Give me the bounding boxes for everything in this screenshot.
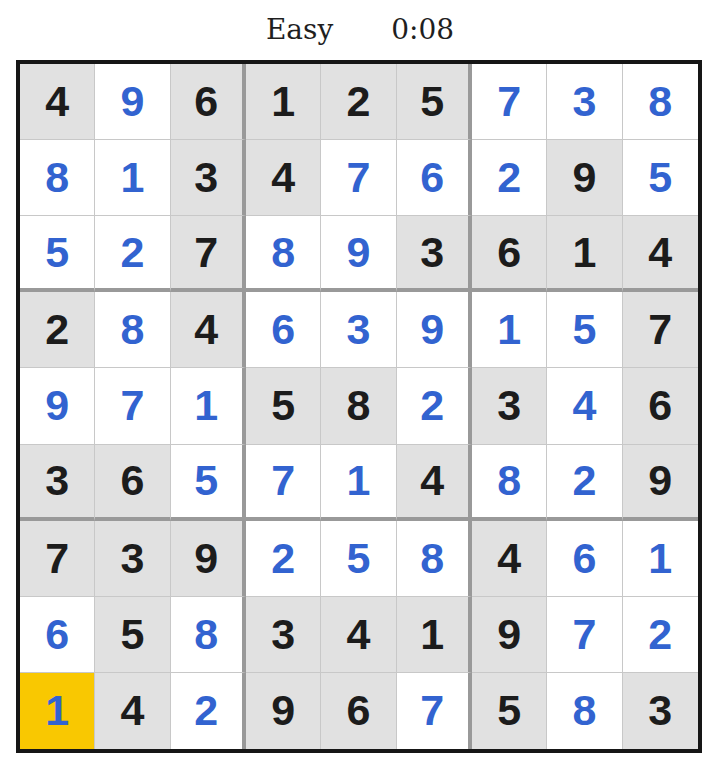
cell-r8c2[interactable]: 5 — [95, 597, 170, 673]
cell-r7c2[interactable]: 3 — [95, 521, 170, 597]
cell-r3c1[interactable]: 5 — [20, 216, 95, 292]
difficulty-label: Easy — [266, 13, 333, 46]
cell-r8c6[interactable]: 1 — [397, 597, 472, 673]
cell-r3c2[interactable]: 2 — [95, 216, 170, 292]
cell-r5c9[interactable]: 6 — [623, 368, 698, 444]
cell-r2c4[interactable]: 4 — [246, 140, 321, 216]
cell-r9c3[interactable]: 2 — [171, 673, 246, 749]
cell-r3c7[interactable]: 6 — [472, 216, 547, 292]
cell-r9c6[interactable]: 7 — [397, 673, 472, 749]
cell-r6c3[interactable]: 5 — [171, 445, 246, 521]
cell-r5c4[interactable]: 5 — [246, 368, 321, 444]
cell-r1c5[interactable]: 2 — [321, 64, 396, 140]
cell-r7c1[interactable]: 7 — [20, 521, 95, 597]
cell-r3c4[interactable]: 8 — [246, 216, 321, 292]
cell-r9c8[interactable]: 8 — [547, 673, 622, 749]
cell-r8c4[interactable]: 3 — [246, 597, 321, 673]
cell-r8c5[interactable]: 4 — [321, 597, 396, 673]
cell-r2c7[interactable]: 2 — [472, 140, 547, 216]
cell-r7c5[interactable]: 5 — [321, 521, 396, 597]
cell-r8c7[interactable]: 9 — [472, 597, 547, 673]
cell-r5c7[interactable]: 3 — [472, 368, 547, 444]
cell-r4c3[interactable]: 4 — [171, 292, 246, 368]
cell-r7c4[interactable]: 2 — [246, 521, 321, 597]
cell-r3c3[interactable]: 7 — [171, 216, 246, 292]
cell-r9c5[interactable]: 6 — [321, 673, 396, 749]
cell-r1c9[interactable]: 8 — [623, 64, 698, 140]
cell-r9c7[interactable]: 5 — [472, 673, 547, 749]
cell-r5c8[interactable]: 4 — [547, 368, 622, 444]
timer: 0:08 — [391, 13, 454, 46]
cell-r6c4[interactable]: 7 — [246, 445, 321, 521]
cell-r3c9[interactable]: 4 — [623, 216, 698, 292]
cell-r4c5[interactable]: 3 — [321, 292, 396, 368]
cell-r6c2[interactable]: 6 — [95, 445, 170, 521]
cell-r2c3[interactable]: 3 — [171, 140, 246, 216]
cell-r1c7[interactable]: 7 — [472, 64, 547, 140]
cell-r8c1[interactable]: 6 — [20, 597, 95, 673]
cell-r9c1[interactable]: 1 — [20, 673, 95, 749]
cell-r8c8[interactable]: 7 — [547, 597, 622, 673]
cell-r4c1[interactable]: 2 — [20, 292, 95, 368]
cell-r6c7[interactable]: 8 — [472, 445, 547, 521]
cell-r6c8[interactable]: 2 — [547, 445, 622, 521]
cell-r4c8[interactable]: 5 — [547, 292, 622, 368]
cell-r5c3[interactable]: 1 — [171, 368, 246, 444]
cell-r1c1[interactable]: 4 — [20, 64, 95, 140]
cell-r4c9[interactable]: 7 — [623, 292, 698, 368]
cell-r5c1[interactable]: 9 — [20, 368, 95, 444]
cell-r2c6[interactable]: 6 — [397, 140, 472, 216]
cell-r1c8[interactable]: 3 — [547, 64, 622, 140]
status-bar: Easy 0:08 — [0, 0, 720, 59]
sudoku-board: 4961257388134762955278936142846391579715… — [16, 60, 702, 753]
cell-r7c8[interactable]: 6 — [547, 521, 622, 597]
cell-r8c3[interactable]: 8 — [171, 597, 246, 673]
cell-r4c2[interactable]: 8 — [95, 292, 170, 368]
cell-r2c8[interactable]: 9 — [547, 140, 622, 216]
cell-r5c2[interactable]: 7 — [95, 368, 170, 444]
cell-r2c1[interactable]: 8 — [20, 140, 95, 216]
cell-r4c7[interactable]: 1 — [472, 292, 547, 368]
cell-r6c5[interactable]: 1 — [321, 445, 396, 521]
cell-r2c9[interactable]: 5 — [623, 140, 698, 216]
cell-r7c6[interactable]: 8 — [397, 521, 472, 597]
cell-r9c9[interactable]: 3 — [623, 673, 698, 749]
cell-r2c5[interactable]: 7 — [321, 140, 396, 216]
cell-r3c6[interactable]: 3 — [397, 216, 472, 292]
cell-r1c2[interactable]: 9 — [95, 64, 170, 140]
cell-r5c5[interactable]: 8 — [321, 368, 396, 444]
cell-r1c4[interactable]: 1 — [246, 64, 321, 140]
cell-r7c7[interactable]: 4 — [472, 521, 547, 597]
cell-r9c4[interactable]: 9 — [246, 673, 321, 749]
cell-r1c6[interactable]: 5 — [397, 64, 472, 140]
cell-r4c4[interactable]: 6 — [246, 292, 321, 368]
cell-r8c9[interactable]: 2 — [623, 597, 698, 673]
cell-r3c5[interactable]: 9 — [321, 216, 396, 292]
cell-r3c8[interactable]: 1 — [547, 216, 622, 292]
cell-r6c1[interactable]: 3 — [20, 445, 95, 521]
cell-r1c3[interactable]: 6 — [171, 64, 246, 140]
cell-r7c9[interactable]: 1 — [623, 521, 698, 597]
cell-r4c6[interactable]: 9 — [397, 292, 472, 368]
cell-r5c6[interactable]: 2 — [397, 368, 472, 444]
cell-r9c2[interactable]: 4 — [95, 673, 170, 749]
cell-r6c6[interactable]: 4 — [397, 445, 472, 521]
sudoku-app: Easy 0:08 496125738813476295527893614284… — [0, 0, 720, 764]
cell-r6c9[interactable]: 9 — [623, 445, 698, 521]
cell-r2c2[interactable]: 1 — [95, 140, 170, 216]
cell-r7c3[interactable]: 9 — [171, 521, 246, 597]
